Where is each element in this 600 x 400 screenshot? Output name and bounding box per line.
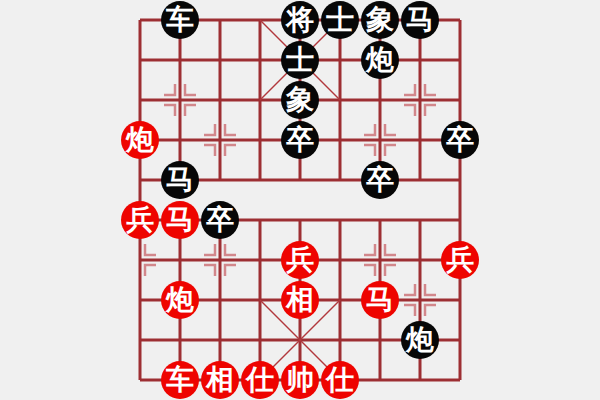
piece-red-advisor[interactable]: 仕 <box>241 361 279 399</box>
piece-red-soldier[interactable]: 兵 <box>441 241 479 279</box>
piece-black-horse[interactable]: 马 <box>401 1 439 39</box>
piece-red-elephant[interactable]: 相 <box>281 281 319 319</box>
point-marker <box>404 305 415 316</box>
piece-red-advisor[interactable]: 仕 <box>321 361 359 399</box>
piece-black-cannon[interactable]: 炮 <box>361 41 399 79</box>
point-marker <box>225 145 236 156</box>
point-marker <box>364 124 375 135</box>
point-marker <box>364 244 375 255</box>
point-marker <box>145 265 156 276</box>
point-marker <box>425 284 436 295</box>
page-background: 车将士象马士炮象炮卒卒马卒兵马卒兵兵炮相马炮车相仕帅仕 <box>0 0 600 400</box>
piece-red-chariot[interactable]: 车 <box>161 361 199 399</box>
piece-black-advisor[interactable]: 士 <box>281 41 319 79</box>
piece-red-soldier[interactable]: 兵 <box>121 201 159 239</box>
point-marker <box>145 244 156 255</box>
piece-black-soldier[interactable]: 卒 <box>201 201 239 239</box>
point-marker <box>404 84 415 95</box>
piece-red-elephant[interactable]: 相 <box>201 361 239 399</box>
point-marker <box>364 265 375 276</box>
point-marker <box>225 265 236 276</box>
piece-black-chariot[interactable]: 车 <box>161 1 199 39</box>
piece-red-horse[interactable]: 马 <box>161 201 199 239</box>
piece-black-general[interactable]: 将 <box>281 1 319 39</box>
point-marker <box>225 244 236 255</box>
piece-black-cannon[interactable]: 炮 <box>401 321 439 359</box>
piece-red-horse[interactable]: 马 <box>361 281 399 319</box>
point-marker <box>204 145 215 156</box>
point-marker <box>425 84 436 95</box>
piece-red-cannon[interactable]: 炮 <box>121 121 159 159</box>
piece-red-general[interactable]: 帅 <box>281 361 319 399</box>
point-marker <box>425 105 436 116</box>
piece-black-soldier[interactable]: 卒 <box>361 161 399 199</box>
xiangqi-board[interactable]: 车将士象马士炮象炮卒卒马卒兵马卒兵兵炮相马炮车相仕帅仕 <box>140 20 460 380</box>
piece-black-elephant[interactable]: 象 <box>361 1 399 39</box>
point-marker <box>364 145 375 156</box>
point-marker <box>225 124 236 135</box>
point-marker <box>204 265 215 276</box>
point-marker <box>385 145 396 156</box>
point-marker <box>204 124 215 135</box>
point-marker <box>404 105 415 116</box>
point-marker <box>385 124 396 135</box>
point-marker <box>425 305 436 316</box>
point-marker <box>385 265 396 276</box>
point-marker <box>164 84 175 95</box>
piece-black-advisor[interactable]: 士 <box>321 1 359 39</box>
piece-red-cannon[interactable]: 炮 <box>161 281 199 319</box>
piece-black-soldier[interactable]: 卒 <box>281 121 319 159</box>
point-marker <box>164 105 175 116</box>
point-marker <box>185 105 196 116</box>
piece-red-soldier[interactable]: 兵 <box>281 241 319 279</box>
point-marker <box>185 84 196 95</box>
piece-black-soldier[interactable]: 卒 <box>441 121 479 159</box>
point-marker <box>404 284 415 295</box>
piece-black-horse[interactable]: 马 <box>161 161 199 199</box>
point-marker <box>204 244 215 255</box>
point-marker <box>385 244 396 255</box>
piece-black-elephant[interactable]: 象 <box>281 81 319 119</box>
